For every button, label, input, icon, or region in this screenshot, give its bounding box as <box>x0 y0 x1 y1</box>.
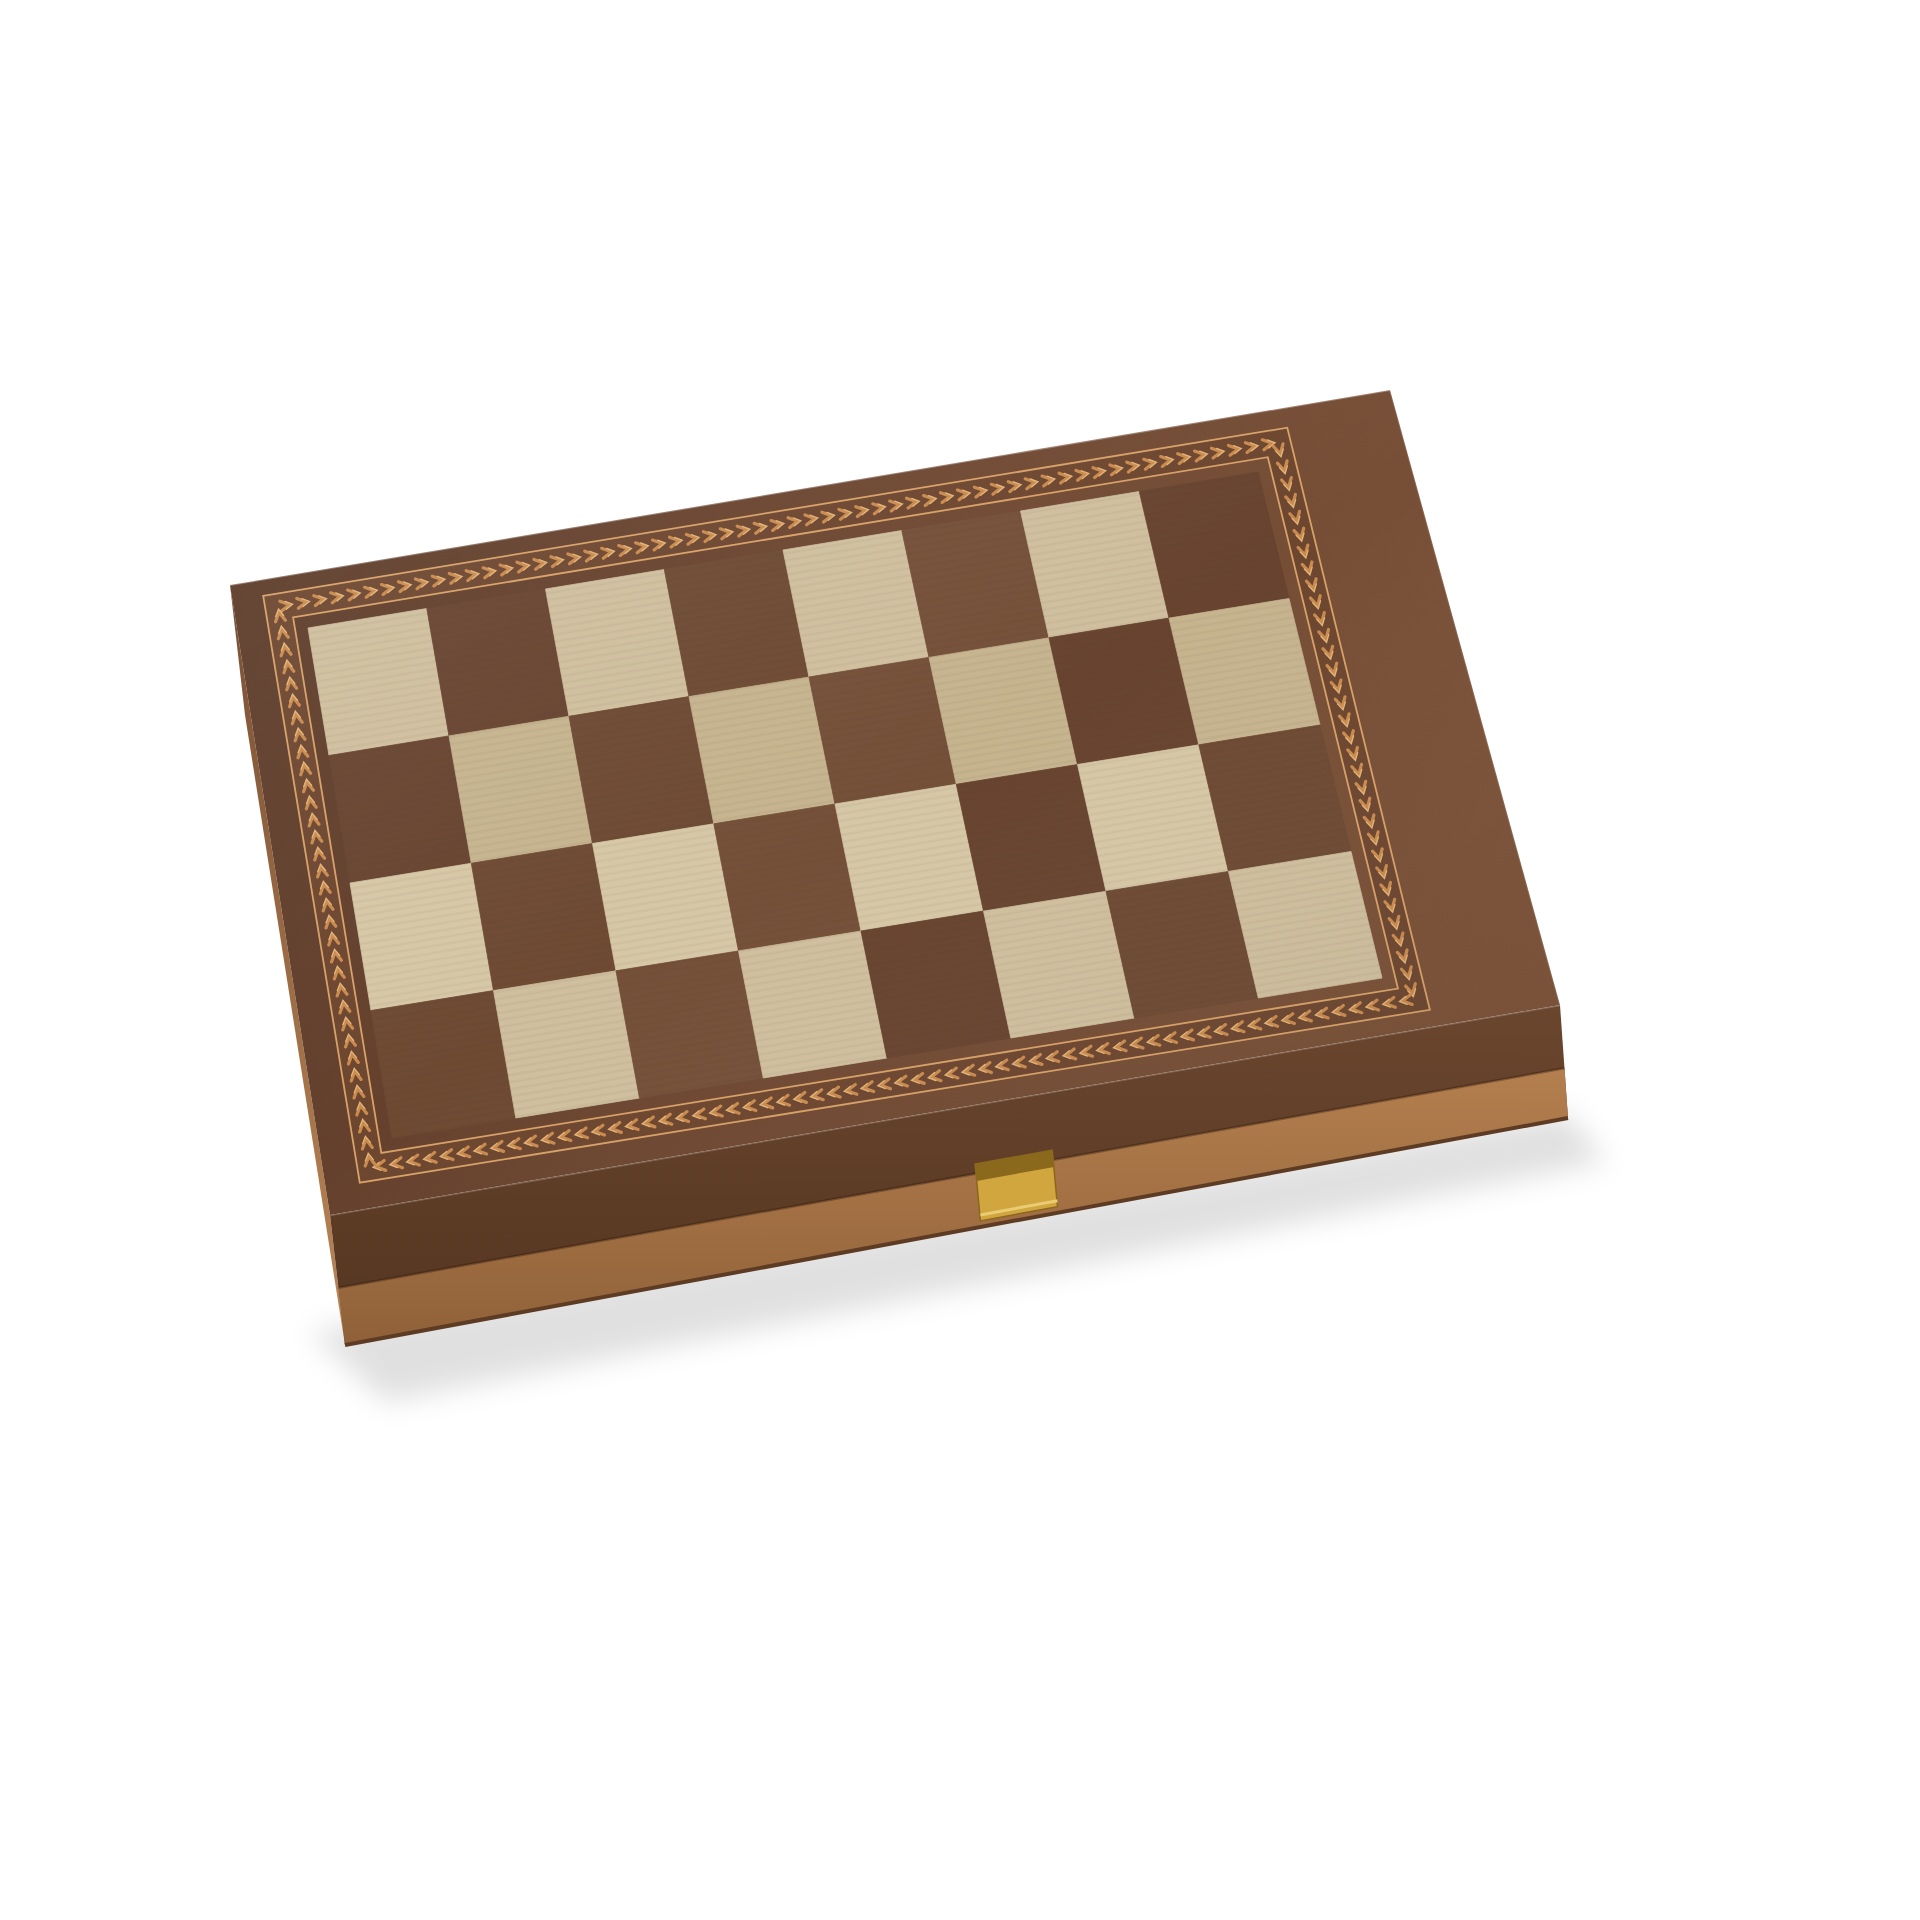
folding-chess-box-photo <box>0 0 1920 1920</box>
product-photo-page <box>0 0 1920 1920</box>
